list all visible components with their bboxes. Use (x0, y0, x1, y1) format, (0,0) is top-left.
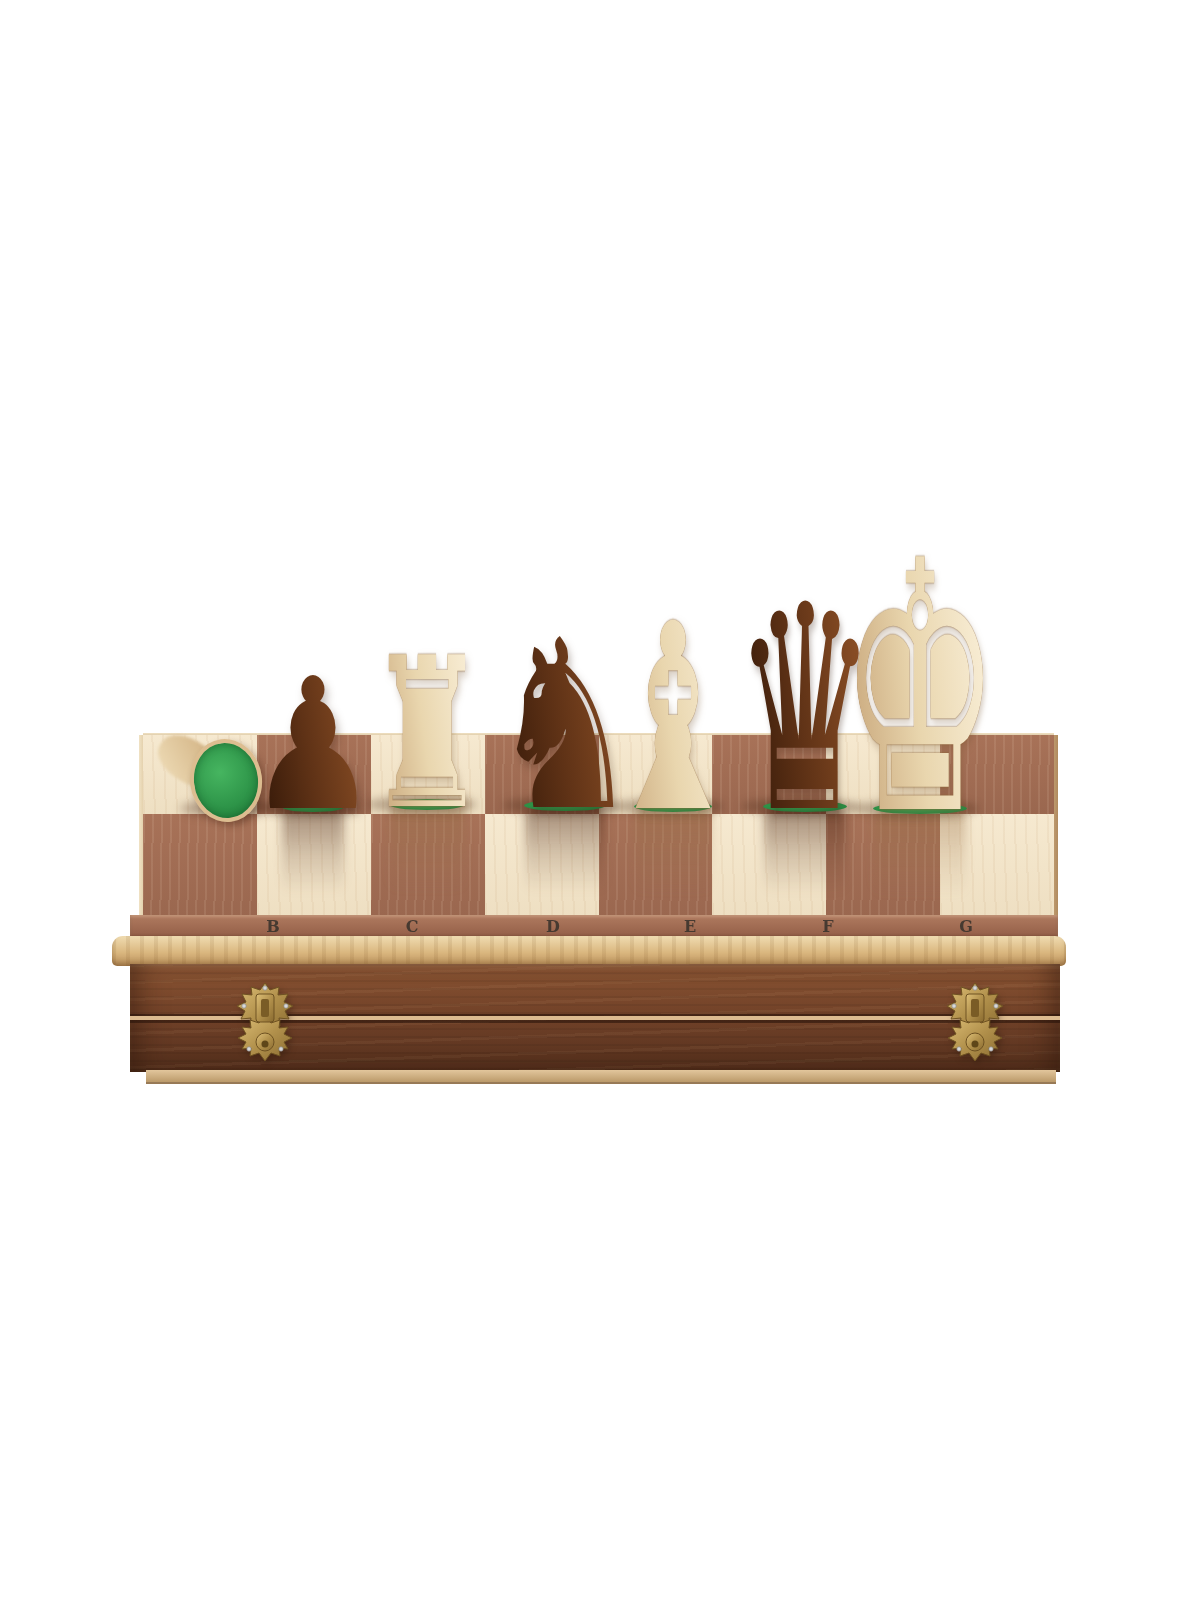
file-label-c: C (406, 915, 419, 938)
file-letter-rail: B C D E F G (130, 915, 1058, 938)
bishop-glyph: ♝ (601, 590, 744, 848)
file-label-f: F (822, 915, 833, 938)
product-photo: B C D E F G (0, 0, 1200, 1600)
file-label-b: B (266, 915, 280, 938)
rook-glyph: ♜ (366, 630, 487, 838)
file-label-e: E (684, 915, 696, 938)
file-label-d: D (546, 915, 560, 938)
oak-lid-edge (112, 936, 1066, 966)
board-square (143, 814, 257, 917)
brass-latch-left (236, 982, 294, 1062)
box-bottom-strip (146, 1070, 1056, 1084)
brass-latch-right (946, 982, 1004, 1062)
king-glyph: ♚ (839, 517, 1000, 863)
pawn-glyph: ♟ (248, 654, 379, 836)
file-label-g: G (959, 915, 973, 938)
